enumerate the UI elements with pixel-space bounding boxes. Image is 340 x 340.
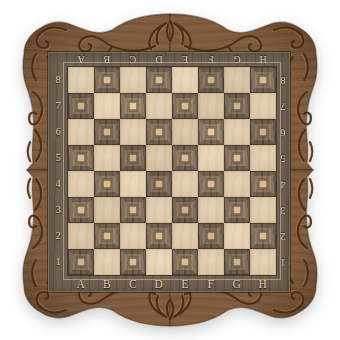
square-a4[interactable] <box>68 171 94 197</box>
square-b2[interactable] <box>94 223 120 249</box>
file-label-top-a: A <box>68 52 94 67</box>
rank-label-left-7: 7 <box>48 93 68 119</box>
square-h2[interactable] <box>250 223 276 249</box>
photo-of-carved-chess-board: AABBCCDDEEFFGGHH8877665544332211 <box>0 0 340 340</box>
center-inlay <box>207 232 216 241</box>
center-inlay <box>129 102 138 111</box>
rank-label-right-7: 7 <box>276 93 290 119</box>
center-inlay <box>233 102 242 111</box>
center-inlay <box>103 232 112 241</box>
square-e1[interactable] <box>172 249 198 275</box>
file-label-bottom-h: H <box>250 276 276 292</box>
square-g3[interactable] <box>224 197 250 223</box>
square-h8[interactable] <box>250 67 276 93</box>
chess-board: AABBCCDDEEFFGGHH8877665544332211 <box>48 52 290 292</box>
rank-label-left-3: 3 <box>48 197 68 223</box>
center-inlay <box>181 258 190 267</box>
square-d3[interactable] <box>146 197 172 223</box>
square-g8[interactable] <box>224 67 250 93</box>
file-label-top-d: D <box>146 52 172 67</box>
center-inlay <box>103 128 112 137</box>
square-f8[interactable] <box>198 67 224 93</box>
file-label-bottom-f: F <box>198 276 224 292</box>
file-label-bottom-e: E <box>172 276 198 292</box>
file-label-top-h: H <box>250 52 276 67</box>
square-e3[interactable] <box>172 197 198 223</box>
file-label-bottom-b: B <box>94 276 120 292</box>
file-label-bottom-c: C <box>120 276 146 292</box>
square-g7[interactable] <box>224 93 250 119</box>
square-b7[interactable] <box>94 93 120 119</box>
square-a5[interactable] <box>68 145 94 171</box>
rank-label-left-5: 5 <box>48 145 68 171</box>
center-inlay <box>207 180 216 189</box>
square-b6[interactable] <box>94 119 120 145</box>
center-inlay <box>103 180 112 189</box>
square-e5[interactable] <box>172 145 198 171</box>
square-h7[interactable] <box>250 93 276 119</box>
center-inlay <box>233 206 242 215</box>
center-inlay <box>181 102 190 111</box>
center-inlay <box>207 128 216 137</box>
center-inlay <box>233 154 242 163</box>
square-h3[interactable] <box>250 197 276 223</box>
square-d8[interactable] <box>146 67 172 93</box>
center-inlay <box>155 128 164 137</box>
file-label-top-b: B <box>94 52 120 67</box>
square-c5[interactable] <box>120 145 146 171</box>
square-b1[interactable] <box>94 249 120 275</box>
center-inlay <box>181 206 190 215</box>
rank-label-right-5: 5 <box>276 145 290 171</box>
file-label-bottom-a: A <box>68 276 94 292</box>
square-g4[interactable] <box>224 171 250 197</box>
square-e2[interactable] <box>172 223 198 249</box>
square-c1[interactable] <box>120 249 146 275</box>
square-f5[interactable] <box>198 145 224 171</box>
square-f4[interactable] <box>198 171 224 197</box>
center-inlay <box>129 258 138 267</box>
rank-label-right-2: 2 <box>276 223 290 249</box>
square-c8[interactable] <box>120 67 146 93</box>
square-a3[interactable] <box>68 197 94 223</box>
square-a1[interactable] <box>68 249 94 275</box>
file-label-top-e: E <box>172 52 198 67</box>
center-inlay <box>207 76 216 85</box>
square-d5[interactable] <box>146 145 172 171</box>
center-inlay <box>181 154 190 163</box>
file-label-bottom-g: G <box>224 276 250 292</box>
rank-label-left-6: 6 <box>48 119 68 145</box>
square-g6[interactable] <box>224 119 250 145</box>
square-c3[interactable] <box>120 197 146 223</box>
square-g2[interactable] <box>224 223 250 249</box>
square-a8[interactable] <box>68 67 94 93</box>
center-inlay <box>129 206 138 215</box>
rank-label-left-2: 2 <box>48 223 68 249</box>
file-label-bottom-d: D <box>146 276 172 292</box>
square-d7[interactable] <box>146 93 172 119</box>
square-g5[interactable] <box>224 145 250 171</box>
file-label-top-c: C <box>120 52 146 67</box>
center-inlay <box>77 258 86 267</box>
rank-label-right-4: 4 <box>276 171 290 197</box>
square-c7[interactable] <box>120 93 146 119</box>
rank-label-left-8: 8 <box>48 67 68 93</box>
square-a6[interactable] <box>68 119 94 145</box>
center-inlay <box>155 180 164 189</box>
center-inlay <box>77 102 86 111</box>
square-h5[interactable] <box>250 145 276 171</box>
square-a7[interactable] <box>68 93 94 119</box>
center-inlay <box>129 154 138 163</box>
square-f3[interactable] <box>198 197 224 223</box>
rank-label-right-6: 6 <box>276 119 290 145</box>
rank-label-left-4: 4 <box>48 171 68 197</box>
rank-label-right-1: 1 <box>276 249 290 275</box>
square-c2[interactable] <box>120 223 146 249</box>
center-inlay <box>259 180 268 189</box>
rank-label-left-1: 1 <box>48 249 68 275</box>
square-f1[interactable] <box>198 249 224 275</box>
square-h1[interactable] <box>250 249 276 275</box>
center-inlay <box>77 154 86 163</box>
square-c4[interactable] <box>120 171 146 197</box>
square-h6[interactable] <box>250 119 276 145</box>
square-d6[interactable] <box>146 119 172 145</box>
square-f2[interactable] <box>198 223 224 249</box>
square-f7[interactable] <box>198 93 224 119</box>
square-e7[interactable] <box>172 93 198 119</box>
square-e6[interactable] <box>172 119 198 145</box>
square-d1[interactable] <box>146 249 172 275</box>
square-e4[interactable] <box>172 171 198 197</box>
square-b5[interactable] <box>94 145 120 171</box>
rank-label-right-3: 3 <box>276 197 290 223</box>
square-b4[interactable] <box>94 171 120 197</box>
square-e8[interactable] <box>172 67 198 93</box>
square-b8[interactable] <box>94 67 120 93</box>
rank-label-right-8: 8 <box>276 67 290 93</box>
center-inlay <box>259 232 268 241</box>
file-label-top-g: G <box>224 52 250 67</box>
square-b3[interactable] <box>94 197 120 223</box>
center-inlay <box>259 76 268 85</box>
square-a2[interactable] <box>68 223 94 249</box>
center-inlay <box>233 258 242 267</box>
center-inlay <box>155 76 164 85</box>
square-h4[interactable] <box>250 171 276 197</box>
square-c6[interactable] <box>120 119 146 145</box>
square-d4[interactable] <box>146 171 172 197</box>
playing-field <box>68 67 276 275</box>
file-label-top-f: F <box>198 52 224 67</box>
center-inlay <box>155 232 164 241</box>
center-inlay <box>103 76 112 85</box>
square-d2[interactable] <box>146 223 172 249</box>
center-inlay <box>77 206 86 215</box>
center-inlay <box>259 128 268 137</box>
square-g1[interactable] <box>224 249 250 275</box>
square-f6[interactable] <box>198 119 224 145</box>
